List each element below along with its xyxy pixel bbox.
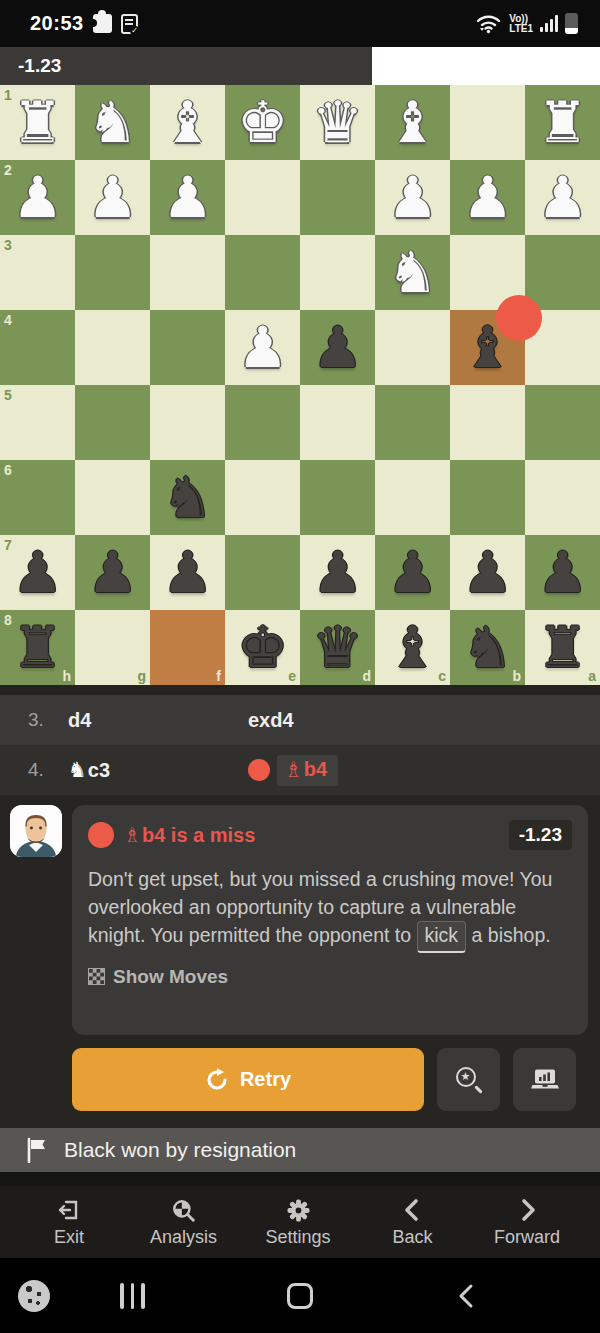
android-back-button[interactable] [456, 1282, 476, 1314]
black-queen-d8: ♛ [312, 610, 363, 685]
white-pawn-b2: ♟ [462, 160, 513, 235]
white-pawn-e4: ♟ [237, 310, 288, 385]
square-f5[interactable] [150, 385, 225, 460]
white-pawn-g2: ♟ [87, 160, 138, 235]
file-label: c [438, 668, 446, 684]
glossary-term-chip[interactable]: kick [417, 921, 467, 953]
knight-icon: ♞ [68, 758, 87, 782]
black-pawn-a7: ♟ [537, 535, 588, 610]
square-c5[interactable] [375, 385, 450, 460]
analysis-panel: ♗ b4 is a miss -1.23 Don't get upset, bu… [0, 795, 600, 1128]
white-knight-g1: ♞ [87, 85, 138, 160]
square-h5[interactable]: 5 [0, 385, 75, 460]
puzzle-notification-icon [93, 14, 112, 33]
battery-icon [565, 13, 578, 34]
black-pawn-b7: ♟ [462, 535, 513, 610]
square-d8[interactable]: d♛ [300, 610, 375, 685]
square-g5[interactable] [75, 385, 150, 460]
recents-button[interactable] [120, 1283, 145, 1309]
back-button[interactable]: Back [368, 1197, 458, 1248]
exit-button[interactable]: Exit [24, 1197, 114, 1248]
black-king-e8: ♚ [237, 610, 288, 685]
square-d1[interactable]: ♛ [300, 85, 375, 160]
bottom-toolbar: Exit Analysis [0, 1186, 600, 1258]
show-moves-button[interactable]: Show Moves [88, 966, 572, 988]
square-a7[interactable]: ♟ [525, 535, 600, 610]
white-move[interactable]: d4 [68, 709, 248, 732]
result-banner: Black won by resignation [0, 1128, 600, 1172]
square-f1[interactable]: ♝ [150, 85, 225, 160]
square-a5[interactable] [525, 385, 600, 460]
file-label: d [362, 668, 371, 684]
move-list: 3.d4exd44.♞c3♗b4 [0, 685, 600, 795]
game-review-button[interactable]: ★ [437, 1048, 500, 1111]
square-f2[interactable]: ♟ [150, 160, 225, 235]
white-rook-h1: ♜ [12, 85, 63, 160]
square-b5[interactable] [450, 385, 525, 460]
white-rook-a1: ♜ [537, 85, 588, 160]
missed-move-chip: ♗b4 [277, 755, 338, 786]
square-e7[interactable] [225, 535, 300, 610]
screen: 20:53 Vo))LTE1 -1.23 1♜♞♝ [0, 0, 600, 1333]
bishop-icon: ♗ [284, 758, 303, 782]
eval-value: -1.23 [18, 55, 61, 77]
analysis-button[interactable]: Analysis [139, 1197, 229, 1248]
black-pawn-d4: ♟ [312, 310, 363, 385]
square-g6[interactable] [75, 460, 150, 535]
black-rook-h8: ♜ [12, 610, 63, 685]
square-g8[interactable]: g [75, 610, 150, 685]
white-bishop-f1: ♝ [162, 85, 213, 160]
square-c1[interactable]: ♝ [375, 85, 450, 160]
game-tools-icon[interactable] [18, 1280, 50, 1312]
white-move[interactable]: ♞c3 [68, 758, 248, 782]
forward-button[interactable]: Forward [482, 1197, 572, 1248]
move-number: 3. [0, 709, 68, 731]
white-pawn-a2: ♟ [537, 160, 588, 235]
black-pawn-d7: ♟ [312, 535, 363, 610]
square-c6[interactable] [375, 460, 450, 535]
exit-door-icon [57, 1197, 81, 1224]
retry-icon [205, 1068, 229, 1092]
square-h3[interactable]: 3 [0, 235, 75, 310]
square-a2[interactable]: ♟ [525, 160, 600, 235]
android-nav [0, 1258, 600, 1333]
result-text: Black won by resignation [64, 1138, 296, 1162]
coach-comment-text: Don't get upset, but you missed a crushi… [88, 866, 572, 953]
rank-label: 7 [4, 537, 12, 553]
wifi-icon [475, 13, 502, 35]
coach-avatar [10, 805, 62, 857]
square-g4[interactable] [75, 310, 150, 385]
black-move[interactable]: ♗b4 [248, 755, 338, 786]
eval-bar-black: -1.23 [0, 47, 372, 85]
square-h7[interactable]: 7♟ [0, 535, 75, 610]
square-b8[interactable]: b♞ [450, 610, 525, 685]
status-bar: 20:53 Vo))LTE1 [0, 0, 600, 47]
square-a8[interactable]: a♜ [525, 610, 600, 685]
square-d6[interactable] [300, 460, 375, 535]
file-label: a [588, 668, 596, 684]
flag-icon [26, 1137, 48, 1163]
square-f4[interactable] [150, 310, 225, 385]
miss-x-badge [496, 295, 542, 341]
magnifier-star-icon: ★ [456, 1067, 482, 1093]
square-d7[interactable]: ♟ [300, 535, 375, 610]
square-b7[interactable]: ♟ [450, 535, 525, 610]
white-king-e1: ♚ [237, 85, 288, 160]
black-knight-b8: ♞ [462, 610, 513, 685]
file-label: f [216, 668, 221, 684]
volte-network-label: Vo))LTE1 [509, 14, 533, 34]
square-d3[interactable] [300, 235, 375, 310]
miss-title: ♗ b4 is a miss [123, 823, 509, 847]
square-c3[interactable]: ♞ [375, 235, 450, 310]
square-a6[interactable] [525, 460, 600, 535]
move-row-4: 4.♞c3♗b4 [0, 745, 600, 795]
file-label: h [62, 668, 71, 684]
clock-time: 20:53 [30, 12, 84, 35]
file-label: g [137, 668, 146, 684]
rank-label: 3 [4, 237, 12, 253]
square-c8[interactable]: c♝ [375, 610, 450, 685]
square-f7[interactable]: ♟ [150, 535, 225, 610]
black-knight-f6: ♞ [162, 460, 213, 535]
square-h8[interactable]: 8h♜ [0, 610, 75, 685]
eval-bar: -1.23 [0, 47, 600, 85]
square-h1[interactable]: 1♜ [0, 85, 75, 160]
chevron-right-icon [516, 1197, 538, 1224]
miss-x-icon [248, 759, 270, 781]
square-g3[interactable] [75, 235, 150, 310]
square-b1[interactable] [450, 85, 525, 160]
square-d5[interactable] [300, 385, 375, 460]
square-d4[interactable]: ♟ [300, 310, 375, 385]
square-h4[interactable]: 4 [0, 310, 75, 385]
square-c7[interactable]: ♟ [375, 535, 450, 610]
home-button[interactable] [287, 1283, 313, 1309]
black-pawn-g7: ♟ [87, 535, 138, 610]
file-label: b [512, 668, 521, 684]
bishop-icon: ♗ [123, 823, 141, 847]
square-e6[interactable] [225, 460, 300, 535]
laptop-chart-icon [530, 1068, 560, 1092]
move-list-clip [0, 685, 600, 695]
white-pawn-f2: ♟ [162, 160, 213, 235]
square-b2[interactable]: ♟ [450, 160, 525, 235]
chevron-left-icon [402, 1197, 424, 1224]
square-g2[interactable]: ♟ [75, 160, 150, 235]
square-a3[interactable] [525, 235, 600, 310]
chess-board[interactable]: 1♜♞♝♚♛♝♜2♟♟♟♟♟♟3♞4♟♟♝56♞7♟♟♟♟♟♟♟8h♜gfe♚d… [0, 85, 600, 685]
square-a1[interactable]: ♜ [525, 85, 600, 160]
square-f3[interactable] [150, 235, 225, 310]
checkerboard-icon [88, 968, 105, 985]
square-b6[interactable] [450, 460, 525, 535]
rank-label: 4 [4, 312, 12, 328]
square-c2[interactable]: ♟ [375, 160, 450, 235]
retry-button[interactable]: Retry [72, 1048, 424, 1111]
square-c4[interactable] [375, 310, 450, 385]
square-g1[interactable]: ♞ [75, 85, 150, 160]
square-f8[interactable]: f [150, 610, 225, 685]
square-e2[interactable] [225, 160, 300, 235]
black-pawn-c7: ♟ [387, 535, 438, 610]
square-b4[interactable]: ♝ [450, 310, 525, 385]
white-pawn-h2: ♟ [12, 160, 63, 235]
memo-check-notification-icon [121, 14, 138, 34]
black-pawn-h7: ♟ [12, 535, 63, 610]
black-pawn-f7: ♟ [162, 535, 213, 610]
white-knight-c3: ♞ [387, 235, 438, 310]
rank-label: 6 [4, 462, 12, 478]
square-e3[interactable] [225, 235, 300, 310]
move-row-3: 3.d4exd4 [0, 695, 600, 745]
square-e4[interactable]: ♟ [225, 310, 300, 385]
signal-strength-icon [540, 16, 558, 32]
rank-label: 2 [4, 162, 12, 178]
analysis-magnifier-icon [171, 1197, 196, 1224]
divider [0, 1172, 600, 1186]
engine-button[interactable] [513, 1048, 576, 1111]
black-bishop-c8: ♝ [387, 610, 438, 685]
square-g7[interactable]: ♟ [75, 535, 150, 610]
white-pawn-c2: ♟ [387, 160, 438, 235]
square-h2[interactable]: 2♟ [0, 160, 75, 235]
square-d2[interactable] [300, 160, 375, 235]
miss-x-icon [88, 822, 114, 848]
gear-icon [286, 1197, 311, 1224]
square-e8[interactable]: e♚ [225, 610, 300, 685]
move-number: 4. [0, 759, 68, 781]
black-move[interactable]: exd4 [248, 709, 294, 732]
rank-label: 8 [4, 612, 12, 628]
rank-label: 1 [4, 87, 12, 103]
square-e5[interactable] [225, 385, 300, 460]
square-f6[interactable]: ♞ [150, 460, 225, 535]
rank-label: 5 [4, 387, 12, 403]
black-rook-a8: ♜ [537, 610, 588, 685]
white-bishop-c1: ♝ [387, 85, 438, 160]
square-h6[interactable]: 6 [0, 460, 75, 535]
square-e1[interactable]: ♚ [225, 85, 300, 160]
coach-comment-card: ♗ b4 is a miss -1.23 Don't get upset, bu… [72, 805, 588, 1035]
file-label: e [288, 668, 296, 684]
eval-badge: -1.23 [509, 820, 572, 850]
white-queen-d1: ♛ [312, 85, 363, 160]
settings-button[interactable]: Settings [253, 1197, 343, 1248]
